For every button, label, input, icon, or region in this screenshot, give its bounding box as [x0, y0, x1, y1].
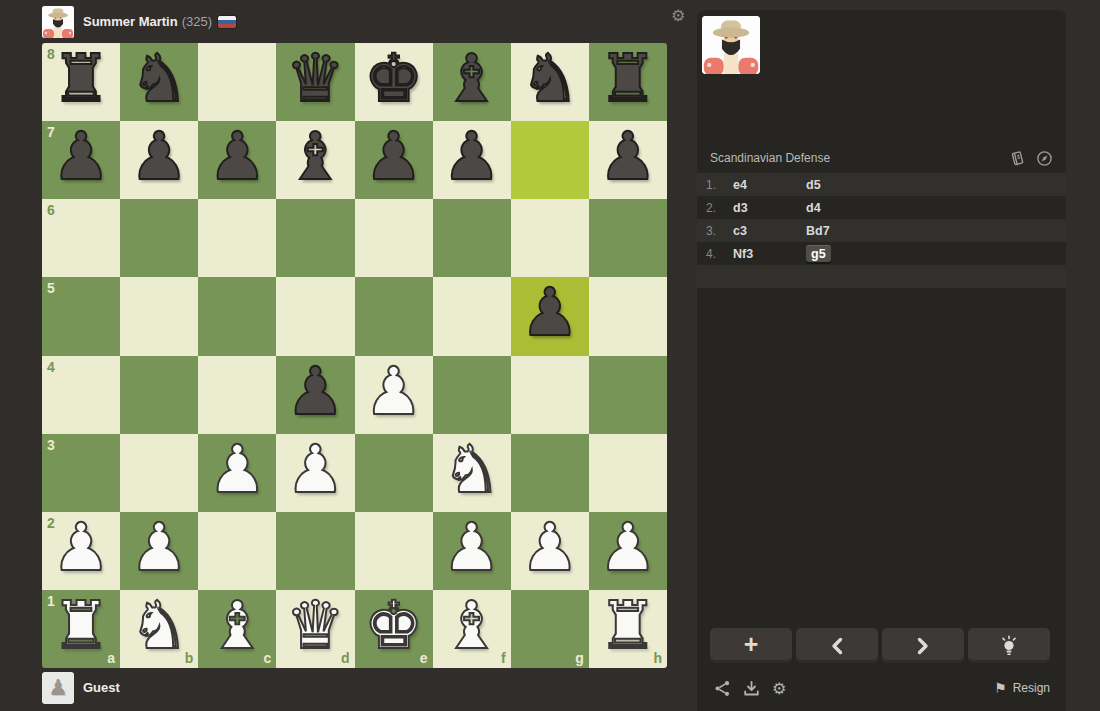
white-rook-h1[interactable]: ♜: [598, 593, 657, 659]
white-pawn-a2[interactable]: ♟: [51, 515, 110, 581]
square-b2[interactable]: ♟: [120, 512, 198, 590]
square-d1[interactable]: d♛: [276, 590, 354, 668]
top-player-avatar[interactable]: [42, 6, 74, 38]
move-white-Nf3[interactable]: Nf3: [733, 247, 806, 261]
actions-row: ⚙ ⚑ Resign: [697, 677, 1066, 699]
square-f7[interactable]: ♟: [433, 121, 511, 199]
black-pawn-a7[interactable]: ♟: [51, 124, 110, 190]
square-a6[interactable]: 6: [42, 199, 120, 277]
avatar-cartoon: [702, 16, 760, 74]
square-a5[interactable]: 5: [42, 277, 120, 355]
white-pawn-c3[interactable]: ♟: [208, 437, 267, 503]
square-c8[interactable]: [198, 43, 276, 121]
square-g5[interactable]: ♟: [511, 277, 589, 355]
lightbulb-icon: [999, 635, 1019, 657]
panel-player-avatar[interactable]: [702, 16, 760, 74]
black-pawn-g5[interactable]: ♟: [520, 280, 579, 346]
white-knight-f3[interactable]: ♞: [442, 437, 501, 503]
move-row-3: 3. c3 Bd7: [697, 219, 1066, 242]
black-pawn-c7[interactable]: ♟: [208, 124, 267, 190]
back-button[interactable]: [796, 628, 878, 663]
white-knight-b1[interactable]: ♞: [130, 593, 189, 659]
move-number: 1.: [697, 178, 733, 192]
black-pawn-f7[interactable]: ♟: [442, 124, 501, 190]
move-black-g5-cell: g5: [806, 245, 1066, 262]
black-pawn-b7[interactable]: ♟: [130, 124, 189, 190]
bottom-player-bar: ♟ Guest: [42, 671, 120, 704]
square-e2[interactable]: [355, 512, 433, 590]
square-e6[interactable]: [355, 199, 433, 277]
move-number: 2.: [697, 201, 733, 215]
square-c2[interactable]: [198, 512, 276, 590]
move-number: 3.: [697, 224, 733, 238]
square-g3[interactable]: [511, 434, 589, 512]
square-b1[interactable]: b♞: [120, 590, 198, 668]
rank-label-3: 3: [47, 438, 55, 452]
square-b3[interactable]: [120, 434, 198, 512]
white-rook-a1[interactable]: ♜: [51, 593, 110, 659]
square-h5[interactable]: [589, 277, 667, 355]
square-e4[interactable]: ♟: [355, 356, 433, 434]
move-controls: +: [710, 628, 1050, 663]
square-h7[interactable]: ♟: [589, 121, 667, 199]
square-e3[interactable]: [355, 434, 433, 512]
square-c5[interactable]: [198, 277, 276, 355]
square-a4[interactable]: 4: [42, 356, 120, 434]
square-f1[interactable]: f♝: [433, 590, 511, 668]
square-h3[interactable]: [589, 434, 667, 512]
move-row-1: 1. e4 d5: [697, 173, 1066, 196]
square-b6[interactable]: [120, 199, 198, 277]
square-g6[interactable]: [511, 199, 589, 277]
black-bishop-d7[interactable]: ♝: [286, 124, 345, 190]
square-b5[interactable]: [120, 277, 198, 355]
square-c3[interactable]: ♟: [198, 434, 276, 512]
board-settings-gear-icon[interactable]: ⚙: [671, 6, 685, 25]
move-white-e4[interactable]: e4: [733, 178, 806, 192]
move-row-4: 4. Nf3 g5: [697, 242, 1066, 265]
hint-button[interactable]: [968, 628, 1050, 663]
chess-app: Summer Martin (325) ⚙ 8♜♞♛♚♝♞♜7♟♟♟♝♟♟♟65…: [0, 0, 1100, 711]
opening-book-icon[interactable]: [1009, 150, 1026, 167]
square-d3[interactable]: ♟: [276, 434, 354, 512]
bottom-player-name[interactable]: Guest: [83, 680, 120, 695]
move-list: 1. e4 d5 2. d3 d4 3. c3 Bd7 4. Nf3 g5: [697, 173, 1066, 288]
file-label-g: g: [575, 651, 584, 665]
square-f8[interactable]: ♝: [433, 43, 511, 121]
bottom-player-avatar[interactable]: ♟: [42, 672, 74, 704]
move-white-d3[interactable]: d3: [733, 201, 806, 215]
file-label-f: f: [501, 651, 506, 665]
top-player-bar: Summer Martin (325): [42, 5, 236, 38]
square-a3[interactable]: 3: [42, 434, 120, 512]
black-queen-d8[interactable]: ♛: [286, 46, 345, 112]
square-b7[interactable]: ♟: [120, 121, 198, 199]
black-pawn-h7[interactable]: ♟: [598, 124, 657, 190]
white-bishop-c1[interactable]: ♝: [208, 593, 267, 659]
resign-label: Resign: [1013, 681, 1050, 695]
side-panel: Scandinavian Defense: [697, 10, 1066, 711]
square-a8[interactable]: 8♜: [42, 43, 120, 121]
square-h2[interactable]: ♟: [589, 512, 667, 590]
chess-board: 8♜♞♛♚♝♞♜7♟♟♟♝♟♟♟65♟4♟♟3♟♟♞2♟♟♟♟♟1a♜b♞c♝d…: [42, 43, 667, 668]
avatar-cartoon: [42, 6, 74, 38]
rank-label-5: 5: [47, 281, 55, 295]
square-e7[interactable]: ♟: [355, 121, 433, 199]
resign-button[interactable]: ⚑ Resign: [994, 680, 1050, 696]
square-f2[interactable]: ♟: [433, 512, 511, 590]
square-e1[interactable]: e♚: [355, 590, 433, 668]
selected-move-g5[interactable]: g5: [806, 245, 831, 262]
rank-label-6: 6: [47, 203, 55, 217]
white-pawn-d3[interactable]: ♟: [286, 437, 345, 503]
white-bishop-f1[interactable]: ♝: [442, 593, 501, 659]
square-c1[interactable]: c♝: [198, 590, 276, 668]
share-icon[interactable]: [714, 680, 731, 697]
black-knight-b8[interactable]: ♞: [130, 46, 189, 112]
black-pawn-e7[interactable]: ♟: [364, 124, 423, 190]
move-white-c3[interactable]: c3: [733, 224, 806, 238]
download-icon[interactable]: [743, 680, 760, 697]
square-b4[interactable]: [120, 356, 198, 434]
square-c6[interactable]: [198, 199, 276, 277]
white-pawn-g2[interactable]: ♟: [520, 515, 579, 581]
square-f6[interactable]: [433, 199, 511, 277]
add-move-button[interactable]: +: [710, 628, 792, 663]
square-e5[interactable]: [355, 277, 433, 355]
square-f5[interactable]: [433, 277, 511, 355]
white-pawn-f2[interactable]: ♟: [442, 515, 501, 581]
opening-name: Scandinavian Defense: [710, 151, 999, 165]
explorer-compass-icon[interactable]: [1036, 150, 1053, 167]
rank-label-4: 4: [47, 360, 55, 374]
move-row-2: 2. d3 d4: [697, 196, 1066, 219]
square-b8[interactable]: ♞: [120, 43, 198, 121]
move-row-empty: [697, 265, 1066, 288]
square-g7[interactable]: [511, 121, 589, 199]
square-h1[interactable]: h♜: [589, 590, 667, 668]
square-d4[interactable]: ♟: [276, 356, 354, 434]
resign-flag-icon: ⚑: [994, 680, 1007, 696]
square-e8[interactable]: ♚: [355, 43, 433, 121]
square-h4[interactable]: [589, 356, 667, 434]
chevron-left-icon: [830, 637, 844, 655]
forward-button[interactable]: [882, 628, 964, 663]
analysis-settings-gear-icon[interactable]: ⚙: [772, 680, 786, 697]
square-f4[interactable]: [433, 356, 511, 434]
black-rook-a8[interactable]: ♜: [51, 46, 110, 112]
pawn-avatar-icon: ♟: [48, 675, 68, 700]
opening-row: Scandinavian Defense: [697, 147, 1066, 169]
black-bishop-f8[interactable]: ♝: [442, 46, 501, 112]
white-pawn-h2[interactable]: ♟: [598, 515, 657, 581]
square-c4[interactable]: [198, 356, 276, 434]
black-knight-g8[interactable]: ♞: [520, 46, 579, 112]
square-a1[interactable]: 1a♜: [42, 590, 120, 668]
square-a2[interactable]: 2♟: [42, 512, 120, 590]
square-g8[interactable]: ♞: [511, 43, 589, 121]
square-d5[interactable]: [276, 277, 354, 355]
square-d2[interactable]: [276, 512, 354, 590]
square-d8[interactable]: ♛: [276, 43, 354, 121]
square-c7[interactable]: ♟: [198, 121, 276, 199]
square-g2[interactable]: ♟: [511, 512, 589, 590]
black-pawn-d4[interactable]: ♟: [286, 359, 345, 425]
move-black-d4[interactable]: d4: [806, 201, 1066, 215]
plus-icon: +: [744, 632, 759, 657]
white-pawn-b2[interactable]: ♟: [130, 515, 189, 581]
move-black-d5[interactable]: d5: [806, 178, 1066, 192]
chevron-right-icon: [916, 637, 930, 655]
square-g1[interactable]: g: [511, 590, 589, 668]
square-d7[interactable]: ♝: [276, 121, 354, 199]
black-rook-h8[interactable]: ♜: [598, 46, 657, 112]
black-king-e8[interactable]: ♚: [364, 46, 423, 112]
top-player-rating: (325): [182, 14, 212, 29]
white-pawn-e4[interactable]: ♟: [364, 359, 423, 425]
square-h6[interactable]: [589, 199, 667, 277]
white-king-e1[interactable]: ♚: [364, 593, 423, 659]
square-a7[interactable]: 7♟: [42, 121, 120, 199]
square-g4[interactable]: [511, 356, 589, 434]
move-number: 4.: [697, 247, 733, 261]
square-h8[interactable]: ♜: [589, 43, 667, 121]
russia-flag-icon: [218, 16, 236, 28]
move-black-Bd7[interactable]: Bd7: [806, 224, 1066, 238]
white-queen-d1[interactable]: ♛: [286, 593, 345, 659]
square-f3[interactable]: ♞: [433, 434, 511, 512]
square-d6[interactable]: [276, 199, 354, 277]
top-player-name[interactable]: Summer Martin: [83, 14, 178, 29]
